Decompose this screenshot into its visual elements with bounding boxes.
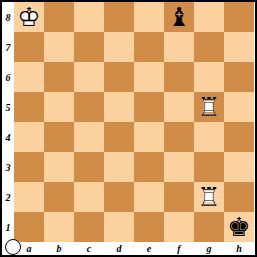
chess-board: ♚♔♝♜♖♜♖♚ — [14, 2, 254, 242]
white-rook[interactable]: ♜♖ — [194, 182, 224, 212]
square-c1[interactable] — [74, 212, 104, 242]
square-b4[interactable] — [44, 122, 74, 152]
square-e6[interactable] — [134, 62, 164, 92]
square-g7[interactable] — [194, 32, 224, 62]
file-labels: abcdefgh — [14, 242, 254, 255]
white-rook-outline: ♖ — [194, 182, 224, 212]
square-a3[interactable] — [14, 152, 44, 182]
square-h3[interactable] — [224, 152, 254, 182]
square-g3[interactable] — [194, 152, 224, 182]
square-f2[interactable] — [164, 182, 194, 212]
square-f8[interactable]: ♝ — [164, 2, 194, 32]
square-h1[interactable]: ♚ — [224, 212, 254, 242]
square-d2[interactable] — [104, 182, 134, 212]
square-h7[interactable] — [224, 32, 254, 62]
square-a4[interactable] — [14, 122, 44, 152]
square-a7[interactable] — [14, 32, 44, 62]
square-a5[interactable] — [14, 92, 44, 122]
square-h4[interactable] — [224, 122, 254, 152]
square-f5[interactable] — [164, 92, 194, 122]
square-a6[interactable] — [14, 62, 44, 92]
rank-label-2: 2 — [2, 182, 14, 212]
square-h5[interactable] — [224, 92, 254, 122]
square-b7[interactable] — [44, 32, 74, 62]
square-g2[interactable]: ♜♖ — [194, 182, 224, 212]
rank-label-3: 3 — [2, 152, 14, 182]
file-label-d: d — [104, 242, 134, 255]
square-c4[interactable] — [74, 122, 104, 152]
square-d4[interactable] — [104, 122, 134, 152]
file-label-h: h — [224, 242, 254, 255]
square-h6[interactable] — [224, 62, 254, 92]
white-king-outline: ♔ — [14, 2, 44, 32]
square-c6[interactable] — [74, 62, 104, 92]
square-b1[interactable] — [44, 212, 74, 242]
square-f7[interactable] — [164, 32, 194, 62]
square-a2[interactable] — [14, 182, 44, 212]
square-c2[interactable] — [74, 182, 104, 212]
white-king[interactable]: ♚♔ — [14, 2, 44, 32]
square-d1[interactable] — [104, 212, 134, 242]
square-f6[interactable] — [164, 62, 194, 92]
rank-label-1: 1 — [2, 212, 14, 242]
white-rook[interactable]: ♜♖ — [194, 92, 224, 122]
rank-label-7: 7 — [2, 32, 14, 62]
square-g8[interactable] — [194, 2, 224, 32]
black-king[interactable]: ♚ — [224, 212, 254, 242]
square-b5[interactable] — [44, 92, 74, 122]
square-e4[interactable] — [134, 122, 164, 152]
square-a1[interactable] — [14, 212, 44, 242]
square-d3[interactable] — [104, 152, 134, 182]
square-g6[interactable] — [194, 62, 224, 92]
file-label-g: g — [194, 242, 224, 255]
rank-label-4: 4 — [2, 122, 14, 152]
rank-label-6: 6 — [2, 62, 14, 92]
square-f3[interactable] — [164, 152, 194, 182]
square-e5[interactable] — [134, 92, 164, 122]
square-d5[interactable] — [104, 92, 134, 122]
square-e3[interactable] — [134, 152, 164, 182]
square-c3[interactable] — [74, 152, 104, 182]
square-c7[interactable] — [74, 32, 104, 62]
rank-label-5: 5 — [2, 92, 14, 122]
square-f4[interactable] — [164, 122, 194, 152]
square-d7[interactable] — [104, 32, 134, 62]
square-d8[interactable] — [104, 2, 134, 32]
square-c8[interactable] — [74, 2, 104, 32]
file-label-b: b — [44, 242, 74, 255]
square-g1[interactable] — [194, 212, 224, 242]
square-a8[interactable]: ♚♔ — [14, 2, 44, 32]
chess-diagram: 87654321 ♚♔♝♜♖♜♖♚ abcdefgh — [0, 0, 257, 257]
square-e8[interactable] — [134, 2, 164, 32]
square-c5[interactable] — [74, 92, 104, 122]
square-e2[interactable] — [134, 182, 164, 212]
square-b6[interactable] — [44, 62, 74, 92]
square-f1[interactable] — [164, 212, 194, 242]
rank-labels: 87654321 — [2, 2, 14, 242]
square-d6[interactable] — [104, 62, 134, 92]
file-label-e: e — [134, 242, 164, 255]
square-e7[interactable] — [134, 32, 164, 62]
white-rook-outline: ♖ — [194, 92, 224, 122]
square-g4[interactable] — [194, 122, 224, 152]
rank-label-8: 8 — [2, 2, 14, 32]
square-h2[interactable] — [224, 182, 254, 212]
square-e1[interactable] — [134, 212, 164, 242]
square-b2[interactable] — [44, 182, 74, 212]
square-h8[interactable] — [224, 2, 254, 32]
file-label-f: f — [164, 242, 194, 255]
square-b8[interactable] — [44, 2, 74, 32]
square-b3[interactable] — [44, 152, 74, 182]
black-bishop[interactable]: ♝ — [164, 2, 194, 32]
square-g5[interactable]: ♜♖ — [194, 92, 224, 122]
white-to-move-indicator — [5, 239, 21, 255]
file-label-c: c — [74, 242, 104, 255]
